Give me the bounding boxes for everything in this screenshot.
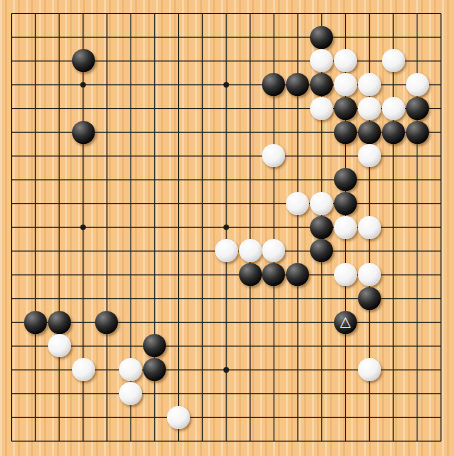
board-intersection[interactable]	[0, 120, 23, 144]
board-intersection[interactable]	[334, 287, 358, 311]
board-intersection[interactable]	[167, 49, 191, 73]
board-intersection[interactable]	[286, 382, 310, 406]
board-intersection[interactable]	[167, 144, 191, 168]
board-intersection[interactable]	[405, 168, 429, 192]
board-intersection[interactable]	[167, 310, 191, 334]
board-intersection[interactable]	[286, 25, 310, 49]
board-intersection[interactable]	[190, 215, 214, 239]
board-intersection[interactable]	[119, 215, 143, 239]
board-intersection[interactable]	[405, 263, 429, 287]
board-intersection[interactable]	[47, 239, 71, 263]
board-intersection[interactable]	[95, 405, 119, 429]
board-intersection[interactable]	[286, 287, 310, 311]
board-intersection[interactable]	[71, 2, 95, 26]
board-intersection[interactable]	[95, 73, 119, 97]
board-intersection[interactable]	[381, 192, 405, 216]
board-intersection[interactable]	[47, 192, 71, 216]
board-intersection[interactable]	[190, 358, 214, 382]
board-intersection[interactable]	[405, 192, 429, 216]
board-intersection[interactable]	[214, 405, 238, 429]
board-intersection[interactable]	[429, 120, 453, 144]
board-intersection[interactable]	[190, 2, 214, 26]
board-intersection[interactable]	[262, 25, 286, 49]
board-intersection[interactable]	[119, 120, 143, 144]
board-intersection[interactable]	[238, 97, 262, 121]
board-intersection[interactable]	[214, 120, 238, 144]
board-intersection[interactable]	[310, 73, 334, 97]
board-intersection[interactable]	[286, 2, 310, 26]
board-intersection[interactable]	[262, 73, 286, 97]
board-intersection[interactable]	[357, 144, 381, 168]
board-intersection[interactable]	[357, 263, 381, 287]
board-intersection[interactable]	[381, 73, 405, 97]
board-intersection[interactable]	[214, 25, 238, 49]
board-intersection[interactable]	[357, 49, 381, 73]
board-intersection[interactable]	[334, 334, 358, 358]
board-intersection[interactable]	[429, 168, 453, 192]
board-intersection[interactable]	[429, 287, 453, 311]
board-intersection[interactable]	[405, 73, 429, 97]
board-intersection[interactable]	[23, 382, 47, 406]
board-intersection[interactable]	[310, 144, 334, 168]
board-intersection[interactable]	[167, 263, 191, 287]
board-intersection[interactable]	[381, 358, 405, 382]
board-intersection[interactable]	[190, 239, 214, 263]
board-intersection[interactable]	[71, 49, 95, 73]
board-intersection[interactable]	[429, 192, 453, 216]
board-intersection[interactable]	[286, 144, 310, 168]
board-intersection[interactable]	[23, 263, 47, 287]
board-intersection[interactable]	[429, 334, 453, 358]
board-intersection[interactable]	[95, 239, 119, 263]
board-intersection[interactable]	[0, 263, 23, 287]
board-intersection[interactable]	[429, 2, 453, 26]
board-intersection[interactable]	[381, 287, 405, 311]
board-intersection[interactable]	[23, 73, 47, 97]
board-intersection[interactable]	[381, 334, 405, 358]
board-intersection[interactable]	[238, 287, 262, 311]
board-intersection[interactable]	[95, 120, 119, 144]
board-intersection[interactable]	[47, 25, 71, 49]
board-intersection[interactable]	[214, 287, 238, 311]
board-intersection[interactable]	[262, 382, 286, 406]
board-intersection[interactable]	[262, 358, 286, 382]
board-intersection[interactable]	[334, 49, 358, 73]
board-intersection[interactable]	[429, 97, 453, 121]
board-intersection[interactable]	[405, 215, 429, 239]
board-intersection[interactable]	[23, 144, 47, 168]
board-intersection[interactable]	[262, 168, 286, 192]
board-intersection[interactable]	[167, 192, 191, 216]
board-intersection[interactable]	[119, 25, 143, 49]
board-intersection[interactable]	[334, 25, 358, 49]
board-intersection[interactable]	[238, 192, 262, 216]
board-intersection[interactable]	[214, 239, 238, 263]
board-intersection[interactable]	[429, 144, 453, 168]
board-intersection[interactable]: △	[334, 310, 358, 334]
board-intersection[interactable]	[286, 239, 310, 263]
board-intersection[interactable]	[119, 310, 143, 334]
board-intersection[interactable]	[357, 310, 381, 334]
board-intersection[interactable]	[190, 25, 214, 49]
board-intersection[interactable]	[310, 405, 334, 429]
board-intersection[interactable]	[71, 239, 95, 263]
board-intersection[interactable]	[262, 263, 286, 287]
board-intersection[interactable]	[405, 429, 429, 453]
board-intersection[interactable]	[47, 49, 71, 73]
board-intersection[interactable]	[190, 97, 214, 121]
board-intersection[interactable]	[0, 192, 23, 216]
board-intersection[interactable]	[190, 49, 214, 73]
board-intersection[interactable]	[381, 144, 405, 168]
board-intersection[interactable]	[310, 215, 334, 239]
board-intersection[interactable]	[71, 192, 95, 216]
board-intersection[interactable]	[357, 73, 381, 97]
board-intersection[interactable]	[190, 263, 214, 287]
board-intersection[interactable]	[334, 263, 358, 287]
board-intersection[interactable]	[405, 239, 429, 263]
board-intersection[interactable]	[0, 144, 23, 168]
board-intersection[interactable]	[381, 168, 405, 192]
board-intersection[interactable]	[0, 215, 23, 239]
board-intersection[interactable]	[47, 334, 71, 358]
board-intersection[interactable]	[357, 192, 381, 216]
board-intersection[interactable]	[47, 144, 71, 168]
board-intersection[interactable]	[47, 2, 71, 26]
board-intersection[interactable]	[0, 97, 23, 121]
board-intersection[interactable]	[381, 97, 405, 121]
board-intersection[interactable]	[167, 97, 191, 121]
board-intersection[interactable]	[95, 263, 119, 287]
board-intersection[interactable]	[47, 120, 71, 144]
board-intersection[interactable]	[238, 239, 262, 263]
board-intersection[interactable]	[71, 263, 95, 287]
board-intersection[interactable]	[119, 2, 143, 26]
board-intersection[interactable]	[310, 263, 334, 287]
board-intersection[interactable]	[357, 429, 381, 453]
board-intersection[interactable]	[23, 2, 47, 26]
board-intersection[interactable]	[143, 239, 167, 263]
board-intersection[interactable]	[286, 429, 310, 453]
board-intersection[interactable]	[47, 287, 71, 311]
board-intersection[interactable]	[262, 2, 286, 26]
board-intersection[interactable]	[190, 287, 214, 311]
board-intersection[interactable]	[262, 239, 286, 263]
board-intersection[interactable]	[95, 25, 119, 49]
board-intersection[interactable]	[286, 192, 310, 216]
board-intersection[interactable]	[167, 429, 191, 453]
board-intersection[interactable]	[167, 168, 191, 192]
board-intersection[interactable]	[405, 49, 429, 73]
board-intersection[interactable]	[238, 310, 262, 334]
board-intersection[interactable]	[71, 144, 95, 168]
board-intersection[interactable]	[214, 2, 238, 26]
board-intersection[interactable]	[143, 310, 167, 334]
board-intersection[interactable]	[143, 25, 167, 49]
board-intersection[interactable]	[429, 73, 453, 97]
board-intersection[interactable]	[334, 73, 358, 97]
board-intersection[interactable]	[262, 287, 286, 311]
board-intersection[interactable]	[190, 382, 214, 406]
board-intersection[interactable]	[286, 120, 310, 144]
board-intersection[interactable]	[71, 405, 95, 429]
board-intersection[interactable]	[71, 215, 95, 239]
board-intersection[interactable]	[167, 25, 191, 49]
board-intersection[interactable]	[262, 97, 286, 121]
board-intersection[interactable]	[0, 310, 23, 334]
board-intersection[interactable]	[429, 382, 453, 406]
board-intersection[interactable]	[310, 192, 334, 216]
board-intersection[interactable]	[381, 49, 405, 73]
board-intersection[interactable]	[334, 144, 358, 168]
board-intersection[interactable]	[310, 2, 334, 26]
board-intersection[interactable]	[95, 358, 119, 382]
board-intersection[interactable]	[0, 382, 23, 406]
board-intersection[interactable]	[190, 192, 214, 216]
board-intersection[interactable]	[190, 120, 214, 144]
board-intersection[interactable]	[214, 263, 238, 287]
board-intersection[interactable]	[238, 120, 262, 144]
board-intersection[interactable]	[334, 168, 358, 192]
board-intersection[interactable]	[71, 168, 95, 192]
board-intersection[interactable]	[143, 49, 167, 73]
board-intersection[interactable]	[429, 429, 453, 453]
board-intersection[interactable]	[262, 49, 286, 73]
board-intersection[interactable]	[190, 144, 214, 168]
board-intersection[interactable]	[143, 429, 167, 453]
board-intersection[interactable]	[119, 287, 143, 311]
board-intersection[interactable]	[190, 73, 214, 97]
board-intersection[interactable]	[143, 358, 167, 382]
board-intersection[interactable]	[334, 358, 358, 382]
board-intersection[interactable]	[71, 73, 95, 97]
board-intersection[interactable]	[429, 25, 453, 49]
board-intersection[interactable]	[214, 429, 238, 453]
board-intersection[interactable]	[119, 382, 143, 406]
board-intersection[interactable]	[71, 287, 95, 311]
board-intersection[interactable]	[286, 263, 310, 287]
board-intersection[interactable]	[119, 168, 143, 192]
board-intersection[interactable]	[119, 144, 143, 168]
board-intersection[interactable]	[405, 358, 429, 382]
board-intersection[interactable]	[23, 25, 47, 49]
board-intersection[interactable]	[23, 429, 47, 453]
board-intersection[interactable]	[262, 310, 286, 334]
board-intersection[interactable]	[405, 287, 429, 311]
board-intersection[interactable]	[310, 382, 334, 406]
board-intersection[interactable]	[47, 310, 71, 334]
board-intersection[interactable]	[71, 310, 95, 334]
board-intersection[interactable]	[429, 215, 453, 239]
board-intersection[interactable]	[381, 2, 405, 26]
board-intersection[interactable]	[143, 168, 167, 192]
board-intersection[interactable]	[119, 429, 143, 453]
board-intersection[interactable]	[381, 120, 405, 144]
board-intersection[interactable]	[357, 168, 381, 192]
board-intersection[interactable]	[95, 429, 119, 453]
board-intersection[interactable]	[286, 215, 310, 239]
board-intersection[interactable]	[214, 144, 238, 168]
board-intersection[interactable]	[23, 168, 47, 192]
board-intersection[interactable]	[310, 287, 334, 311]
board-intersection[interactable]	[357, 334, 381, 358]
board-intersection[interactable]	[238, 25, 262, 49]
board-intersection[interactable]	[95, 215, 119, 239]
board-intersection[interactable]	[95, 334, 119, 358]
board-intersection[interactable]	[167, 120, 191, 144]
board-intersection[interactable]	[23, 215, 47, 239]
board-intersection[interactable]	[47, 358, 71, 382]
board-intersection[interactable]	[47, 429, 71, 453]
board-intersection[interactable]	[167, 239, 191, 263]
board-intersection[interactable]	[119, 73, 143, 97]
board-intersection[interactable]	[405, 310, 429, 334]
board-intersection[interactable]	[286, 310, 310, 334]
board-intersection[interactable]	[381, 429, 405, 453]
board-intersection[interactable]	[167, 73, 191, 97]
board-intersection[interactable]	[0, 358, 23, 382]
board-intersection[interactable]	[23, 334, 47, 358]
board-intersection[interactable]	[429, 405, 453, 429]
board-intersection[interactable]	[47, 405, 71, 429]
board-intersection[interactable]	[47, 263, 71, 287]
board-intersection[interactable]	[143, 215, 167, 239]
board-intersection[interactable]	[214, 192, 238, 216]
board-intersection[interactable]	[334, 120, 358, 144]
board-intersection[interactable]	[357, 382, 381, 406]
board-intersection[interactable]	[405, 382, 429, 406]
board-intersection[interactable]	[119, 97, 143, 121]
board-intersection[interactable]	[357, 25, 381, 49]
board-intersection[interactable]	[95, 144, 119, 168]
board-intersection[interactable]	[238, 429, 262, 453]
board-intersection[interactable]	[238, 144, 262, 168]
board-intersection[interactable]	[167, 382, 191, 406]
board-intersection[interactable]	[310, 334, 334, 358]
board-intersection[interactable]	[310, 239, 334, 263]
board-intersection[interactable]	[23, 49, 47, 73]
board-intersection[interactable]	[405, 97, 429, 121]
board-intersection[interactable]	[357, 2, 381, 26]
board-intersection[interactable]	[238, 263, 262, 287]
board-intersection[interactable]	[23, 239, 47, 263]
board-intersection[interactable]	[190, 429, 214, 453]
board-intersection[interactable]	[71, 120, 95, 144]
board-intersection[interactable]	[190, 334, 214, 358]
board-intersection[interactable]	[95, 310, 119, 334]
board-intersection[interactable]	[143, 382, 167, 406]
board-intersection[interactable]	[167, 405, 191, 429]
board-intersection[interactable]	[214, 97, 238, 121]
board-intersection[interactable]	[334, 2, 358, 26]
board-intersection[interactable]	[310, 168, 334, 192]
board-intersection[interactable]	[0, 287, 23, 311]
board-intersection[interactable]	[286, 334, 310, 358]
board-intersection[interactable]	[0, 334, 23, 358]
board-intersection[interactable]	[214, 215, 238, 239]
board-intersection[interactable]	[357, 97, 381, 121]
board-intersection[interactable]	[286, 168, 310, 192]
board-intersection[interactable]	[143, 334, 167, 358]
board-intersection[interactable]	[357, 239, 381, 263]
board-intersection[interactable]	[310, 358, 334, 382]
board-intersection[interactable]	[119, 192, 143, 216]
board-intersection[interactable]	[334, 97, 358, 121]
board-intersection[interactable]	[95, 2, 119, 26]
board-intersection[interactable]	[262, 144, 286, 168]
board-intersection[interactable]	[0, 239, 23, 263]
board-intersection[interactable]	[238, 358, 262, 382]
board-intersection[interactable]	[47, 215, 71, 239]
board-intersection[interactable]	[190, 310, 214, 334]
board-intersection[interactable]	[381, 310, 405, 334]
board-intersection[interactable]	[429, 239, 453, 263]
board-intersection[interactable]	[214, 310, 238, 334]
board-intersection[interactable]	[238, 215, 262, 239]
board-intersection[interactable]	[71, 358, 95, 382]
board-intersection[interactable]	[23, 120, 47, 144]
board-intersection[interactable]	[190, 405, 214, 429]
board-intersection[interactable]	[238, 405, 262, 429]
board-intersection[interactable]	[262, 405, 286, 429]
board-intersection[interactable]	[143, 144, 167, 168]
board-intersection[interactable]	[167, 358, 191, 382]
board-intersection[interactable]	[47, 97, 71, 121]
board-intersection[interactable]	[405, 144, 429, 168]
board-intersection[interactable]	[405, 405, 429, 429]
board-intersection[interactable]	[286, 97, 310, 121]
board-intersection[interactable]	[23, 310, 47, 334]
board-intersection[interactable]	[381, 382, 405, 406]
board-intersection[interactable]	[429, 310, 453, 334]
board-intersection[interactable]	[405, 25, 429, 49]
board-intersection[interactable]	[23, 192, 47, 216]
board-intersection[interactable]	[119, 263, 143, 287]
board-intersection[interactable]	[405, 334, 429, 358]
board-intersection[interactable]	[47, 382, 71, 406]
board-intersection[interactable]	[238, 382, 262, 406]
board-intersection[interactable]	[143, 97, 167, 121]
board-intersection[interactable]	[310, 25, 334, 49]
board-intersection[interactable]	[310, 429, 334, 453]
board-intersection[interactable]	[190, 168, 214, 192]
board-intersection[interactable]	[214, 168, 238, 192]
board-intersection[interactable]	[334, 215, 358, 239]
board-intersection[interactable]	[95, 287, 119, 311]
board-intersection[interactable]	[381, 25, 405, 49]
board-intersection[interactable]	[310, 97, 334, 121]
board-intersection[interactable]	[95, 97, 119, 121]
board-intersection[interactable]	[167, 334, 191, 358]
board-intersection[interactable]	[334, 429, 358, 453]
board-intersection[interactable]	[214, 334, 238, 358]
board-intersection[interactable]	[238, 168, 262, 192]
board-intersection[interactable]	[357, 287, 381, 311]
board-intersection[interactable]	[71, 97, 95, 121]
board-intersection[interactable]	[262, 192, 286, 216]
board-intersection[interactable]	[262, 429, 286, 453]
board-intersection[interactable]	[119, 239, 143, 263]
board-intersection[interactable]	[262, 334, 286, 358]
board-intersection[interactable]	[310, 49, 334, 73]
board-intersection[interactable]	[119, 358, 143, 382]
board-intersection[interactable]	[23, 97, 47, 121]
board-intersection[interactable]	[95, 168, 119, 192]
board-intersection[interactable]	[310, 120, 334, 144]
board-intersection[interactable]	[334, 405, 358, 429]
board-intersection[interactable]	[0, 49, 23, 73]
board-intersection[interactable]	[429, 49, 453, 73]
